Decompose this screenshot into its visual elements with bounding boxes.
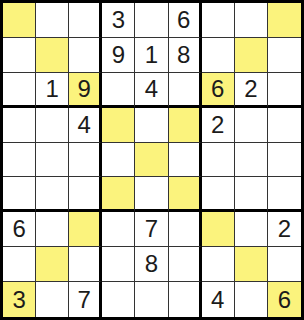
cell-r8c9[interactable] [268,247,301,282]
cell-r1c5[interactable] [135,3,168,38]
cell-r3c5[interactable]: 4 [135,73,168,108]
cell-r7c1[interactable]: 6 [3,212,36,247]
cell-r9c4[interactable] [102,282,135,317]
cell-r3c4[interactable] [102,73,135,108]
cell-r2c7[interactable] [202,38,235,73]
cell-r1c3[interactable] [69,3,102,38]
cell-r4c9[interactable] [268,108,301,143]
cell-r4c1[interactable] [3,108,36,143]
cell-r3c6[interactable] [169,73,202,108]
cell-r2c1[interactable] [3,38,36,73]
cell-r4c4[interactable] [102,108,135,143]
cell-r4c3[interactable]: 4 [69,108,102,143]
cell-r2c4[interactable]: 9 [102,38,135,73]
cell-r1c4[interactable]: 3 [102,3,135,38]
cell-r3c1[interactable] [3,73,36,108]
cell-r9c7[interactable]: 4 [202,282,235,317]
cell-r5c5[interactable] [135,143,168,178]
cell-r4c6[interactable] [169,108,202,143]
cell-r7c2[interactable] [36,212,69,247]
cell-r8c4[interactable] [102,247,135,282]
cell-r9c3[interactable]: 7 [69,282,102,317]
cell-r4c7[interactable]: 2 [202,108,235,143]
cell-r5c8[interactable] [235,143,268,178]
cell-r7c8[interactable] [235,212,268,247]
cell-r7c3[interactable] [69,212,102,247]
cell-r6c7[interactable] [202,177,235,212]
cell-r5c6[interactable] [169,143,202,178]
cell-r7c7[interactable] [202,212,235,247]
cell-r9c6[interactable] [169,282,202,317]
cell-r3c9[interactable] [268,73,301,108]
cell-r3c7[interactable]: 6 [202,73,235,108]
cell-r1c6[interactable]: 6 [169,3,202,38]
cell-r1c8[interactable] [235,3,268,38]
cell-r9c5[interactable] [135,282,168,317]
cell-r5c7[interactable] [202,143,235,178]
cell-r3c3[interactable]: 9 [69,73,102,108]
cell-r2c2[interactable] [36,38,69,73]
cell-r6c9[interactable] [268,177,301,212]
cell-r4c2[interactable] [36,108,69,143]
cell-r6c5[interactable] [135,177,168,212]
cell-r7c5[interactable]: 7 [135,212,168,247]
cell-r5c2[interactable] [36,143,69,178]
cell-r2c9[interactable] [268,38,301,73]
cell-r5c1[interactable] [3,143,36,178]
cell-r5c3[interactable] [69,143,102,178]
cell-r1c7[interactable] [202,3,235,38]
cell-r6c3[interactable] [69,177,102,212]
cell-r8c1[interactable] [3,247,36,282]
cell-r5c9[interactable] [268,143,301,178]
cell-r7c9[interactable]: 2 [268,212,301,247]
cell-r7c6[interactable] [169,212,202,247]
cell-r8c2[interactable] [36,247,69,282]
cell-r2c3[interactable] [69,38,102,73]
cell-r4c8[interactable] [235,108,268,143]
cell-r6c2[interactable] [36,177,69,212]
cell-r9c8[interactable] [235,282,268,317]
cell-r9c9[interactable]: 6 [268,282,301,317]
cell-r1c1[interactable] [3,3,36,38]
cell-r3c2[interactable]: 1 [36,73,69,108]
sudoku-board: 36918194624267283746 [0,0,304,320]
cell-r4c5[interactable] [135,108,168,143]
cell-r6c6[interactable] [169,177,202,212]
cell-r8c5[interactable]: 8 [135,247,168,282]
cell-r5c4[interactable] [102,143,135,178]
cell-r1c2[interactable] [36,3,69,38]
cell-r6c4[interactable] [102,177,135,212]
cell-r8c6[interactable] [169,247,202,282]
cell-r7c4[interactable] [102,212,135,247]
cell-r8c7[interactable] [202,247,235,282]
cell-r9c2[interactable] [36,282,69,317]
cell-r3c8[interactable]: 2 [235,73,268,108]
cell-r2c8[interactable] [235,38,268,73]
cell-r2c5[interactable]: 1 [135,38,168,73]
cell-r6c1[interactable] [3,177,36,212]
cell-r8c8[interactable] [235,247,268,282]
cell-r2c6[interactable]: 8 [169,38,202,73]
cell-r9c1[interactable]: 3 [3,282,36,317]
cell-r6c8[interactable] [235,177,268,212]
cell-r8c3[interactable] [69,247,102,282]
cell-r1c9[interactable] [268,3,301,38]
